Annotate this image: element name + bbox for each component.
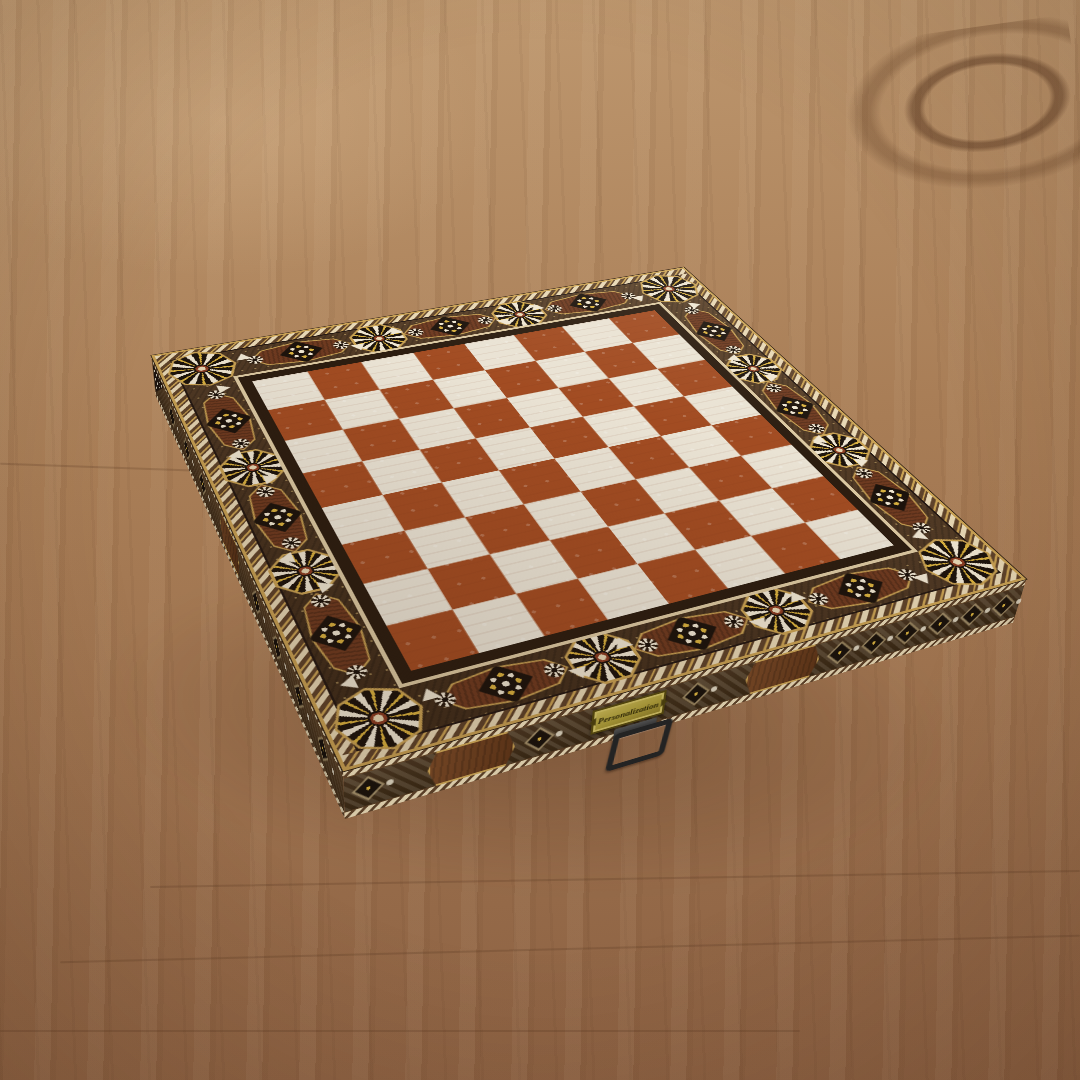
perspective-scene: Personalization [0, 0, 1080, 1080]
board-top-face [151, 267, 1026, 771]
photo-stage: Personalization [0, 0, 1080, 1080]
